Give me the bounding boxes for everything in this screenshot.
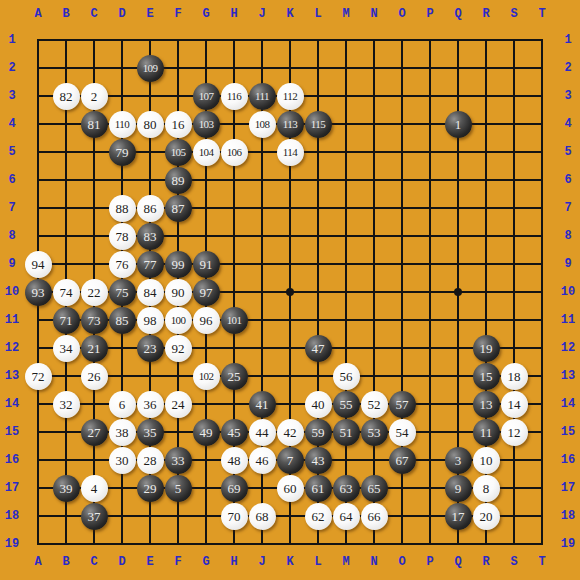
board-cell[interactable]: 34 [52, 334, 80, 362]
board-cell[interactable]: 6 [108, 390, 136, 418]
board-cell[interactable] [24, 530, 52, 558]
board-cell[interactable]: 90 [164, 278, 192, 306]
board-cell[interactable] [108, 54, 136, 82]
board-cell[interactable]: 4 [80, 474, 108, 502]
board-cell[interactable] [304, 530, 332, 558]
board-cell[interactable] [500, 474, 528, 502]
board-cell[interactable] [332, 250, 360, 278]
board-cell[interactable]: 66 [360, 502, 388, 530]
board-cell[interactable] [24, 194, 52, 222]
board-cell[interactable] [24, 474, 52, 502]
board-cell[interactable]: 10 [472, 446, 500, 474]
board-cell[interactable]: 7 [276, 446, 304, 474]
board-cell[interactable]: 28 [136, 446, 164, 474]
board-cell[interactable]: 45 [220, 418, 248, 446]
board-cell[interactable] [248, 26, 276, 54]
board-cell[interactable] [192, 54, 220, 82]
board-cell[interactable]: 27 [80, 418, 108, 446]
board-cell[interactable]: 33 [164, 446, 192, 474]
board-cell[interactable]: 77 [136, 250, 164, 278]
board-cell[interactable]: 35 [136, 418, 164, 446]
board-cell[interactable] [136, 26, 164, 54]
board-cell[interactable] [472, 26, 500, 54]
board-cell[interactable]: 103 [192, 110, 220, 138]
board-cell[interactable] [360, 82, 388, 110]
board-cell[interactable] [528, 446, 556, 474]
board-cell[interactable] [304, 222, 332, 250]
board-cell[interactable] [80, 250, 108, 278]
board-cell[interactable] [136, 362, 164, 390]
board-cell[interactable]: 40 [304, 390, 332, 418]
board-cell[interactable] [192, 334, 220, 362]
board-cell[interactable] [528, 250, 556, 278]
board-cell[interactable]: 111 [248, 82, 276, 110]
board-cell[interactable]: 63 [332, 474, 360, 502]
board-cell[interactable]: 85 [108, 306, 136, 334]
board-cell[interactable]: 20 [472, 502, 500, 530]
board-cell[interactable]: 81 [80, 110, 108, 138]
board-cell[interactable] [24, 222, 52, 250]
board-cell[interactable] [192, 222, 220, 250]
board-cell[interactable] [80, 26, 108, 54]
board-cell[interactable]: 82 [52, 82, 80, 110]
board-cell[interactable] [220, 54, 248, 82]
board-cell[interactable]: 8 [472, 474, 500, 502]
board-cell[interactable]: 99 [164, 250, 192, 278]
board-cell[interactable] [332, 82, 360, 110]
board-cell[interactable] [164, 26, 192, 54]
board-cell[interactable]: 22 [80, 278, 108, 306]
board-cell[interactable] [472, 530, 500, 558]
board-cell[interactable] [416, 138, 444, 166]
board-cell[interactable]: 92 [164, 334, 192, 362]
board-cell[interactable]: 3 [444, 446, 472, 474]
board-cell[interactable] [472, 138, 500, 166]
board-cell[interactable]: 88 [108, 194, 136, 222]
board-cell[interactable] [416, 446, 444, 474]
board-cell[interactable] [444, 390, 472, 418]
board-cell[interactable] [472, 250, 500, 278]
board-cell[interactable] [416, 362, 444, 390]
board-cell[interactable] [388, 138, 416, 166]
board-cell[interactable] [416, 334, 444, 362]
board-cell[interactable] [52, 138, 80, 166]
board-cell[interactable]: 12 [500, 418, 528, 446]
board-cell[interactable] [80, 194, 108, 222]
board-cell[interactable] [528, 390, 556, 418]
board-cell[interactable]: 51 [332, 418, 360, 446]
board-cell[interactable] [276, 362, 304, 390]
board-cell[interactable] [416, 418, 444, 446]
board-cell[interactable] [52, 54, 80, 82]
board-cell[interactable] [304, 306, 332, 334]
board-cell[interactable]: 78 [108, 222, 136, 250]
board-cell[interactable] [444, 250, 472, 278]
board-cell[interactable]: 29 [136, 474, 164, 502]
board-cell[interactable] [24, 390, 52, 418]
board-cell[interactable] [388, 334, 416, 362]
board-cell[interactable] [220, 110, 248, 138]
board-cell[interactable]: 80 [136, 110, 164, 138]
board-cell[interactable]: 97 [192, 278, 220, 306]
board-cell[interactable] [164, 530, 192, 558]
board-cell[interactable] [192, 446, 220, 474]
board-cell[interactable] [52, 502, 80, 530]
board-cell[interactable] [500, 166, 528, 194]
board-cell[interactable]: 24 [164, 390, 192, 418]
board-cell[interactable] [276, 54, 304, 82]
board-cell[interactable] [304, 138, 332, 166]
board-cell[interactable]: 43 [304, 446, 332, 474]
board-cell[interactable] [360, 334, 388, 362]
board-cell[interactable] [52, 110, 80, 138]
board-cell[interactable] [24, 334, 52, 362]
board-cell[interactable]: 62 [304, 502, 332, 530]
board-cell[interactable] [388, 502, 416, 530]
board-cell[interactable] [80, 166, 108, 194]
board-cell[interactable] [304, 194, 332, 222]
board-cell[interactable] [192, 26, 220, 54]
board-cell[interactable] [276, 530, 304, 558]
board-cell[interactable] [360, 362, 388, 390]
board-cell[interactable]: 104 [192, 138, 220, 166]
board-cell[interactable]: 93 [24, 278, 52, 306]
board-cell[interactable]: 41 [248, 390, 276, 418]
board-cell[interactable] [276, 194, 304, 222]
board-cell[interactable] [388, 166, 416, 194]
board-cell[interactable] [24, 306, 52, 334]
board-cell[interactable] [304, 278, 332, 306]
board-cell[interactable]: 48 [220, 446, 248, 474]
board-cell[interactable] [276, 26, 304, 54]
board-cell[interactable]: 23 [136, 334, 164, 362]
board-cell[interactable] [360, 110, 388, 138]
board-cell[interactable] [248, 306, 276, 334]
board-cell[interactable] [472, 278, 500, 306]
board-cell[interactable]: 84 [136, 278, 164, 306]
board-cell[interactable] [528, 166, 556, 194]
board-cell[interactable]: 46 [248, 446, 276, 474]
board-cell[interactable]: 13 [472, 390, 500, 418]
board-cell[interactable] [248, 334, 276, 362]
board-cell[interactable] [416, 250, 444, 278]
board-cell[interactable] [388, 474, 416, 502]
board-cell[interactable]: 52 [360, 390, 388, 418]
board-cell[interactable] [192, 390, 220, 418]
board-cell[interactable] [80, 222, 108, 250]
board-cell[interactable] [220, 278, 248, 306]
board-cell[interactable] [304, 362, 332, 390]
board-cell[interactable]: 74 [52, 278, 80, 306]
board-cell[interactable] [164, 418, 192, 446]
board-cell[interactable] [528, 278, 556, 306]
board-cell[interactable] [500, 278, 528, 306]
board-cell[interactable] [472, 110, 500, 138]
board-cell[interactable] [528, 306, 556, 334]
board-cell[interactable]: 47 [304, 334, 332, 362]
board-cell[interactable]: 37 [80, 502, 108, 530]
board-cell[interactable] [388, 82, 416, 110]
board-cell[interactable] [52, 26, 80, 54]
board-cell[interactable]: 53 [360, 418, 388, 446]
board-cell[interactable] [276, 306, 304, 334]
board-cell[interactable] [528, 334, 556, 362]
board-cell[interactable] [332, 194, 360, 222]
board-cell[interactable] [388, 222, 416, 250]
board-cell[interactable]: 94 [24, 250, 52, 278]
board-cell[interactable]: 64 [332, 502, 360, 530]
board-cell[interactable]: 87 [164, 194, 192, 222]
board-cell[interactable] [332, 530, 360, 558]
board-cell[interactable] [220, 334, 248, 362]
board-cell[interactable] [192, 166, 220, 194]
board-cell[interactable]: 76 [108, 250, 136, 278]
board-cell[interactable] [444, 166, 472, 194]
board-cell[interactable] [360, 446, 388, 474]
board-cell[interactable] [248, 138, 276, 166]
board-cell[interactable] [360, 222, 388, 250]
board-cell[interactable] [388, 54, 416, 82]
board-cell[interactable]: 106 [220, 138, 248, 166]
board-cell[interactable] [444, 54, 472, 82]
board-cell[interactable] [248, 194, 276, 222]
board-cell[interactable] [388, 306, 416, 334]
board-cell[interactable] [416, 502, 444, 530]
board-cell[interactable] [332, 306, 360, 334]
board-cell[interactable] [360, 250, 388, 278]
board-cell[interactable]: 108 [248, 110, 276, 138]
board-cell[interactable] [332, 166, 360, 194]
board-cell[interactable] [248, 250, 276, 278]
board-cell[interactable] [164, 82, 192, 110]
board-cell[interactable] [472, 82, 500, 110]
board-cell[interactable] [500, 306, 528, 334]
board-cell[interactable] [388, 530, 416, 558]
board-cell[interactable] [108, 26, 136, 54]
board-cell[interactable] [220, 166, 248, 194]
board-cell[interactable]: 113 [276, 110, 304, 138]
board-cell[interactable] [24, 26, 52, 54]
board-cell[interactable] [332, 222, 360, 250]
board-cell[interactable] [416, 390, 444, 418]
board-cell[interactable] [500, 334, 528, 362]
board-cell[interactable] [444, 362, 472, 390]
board-cell[interactable] [444, 530, 472, 558]
board-cell[interactable] [500, 194, 528, 222]
board-cell[interactable] [444, 222, 472, 250]
board-cell[interactable]: 5 [164, 474, 192, 502]
board-cell[interactable] [472, 222, 500, 250]
board-cell[interactable]: 42 [276, 418, 304, 446]
board-cell[interactable] [108, 474, 136, 502]
board-cell[interactable] [500, 26, 528, 54]
board-cell[interactable] [416, 110, 444, 138]
board-cell[interactable]: 68 [248, 502, 276, 530]
board-cell[interactable] [136, 166, 164, 194]
board-cell[interactable]: 83 [136, 222, 164, 250]
board-cell[interactable] [52, 250, 80, 278]
board-cell[interactable] [416, 278, 444, 306]
board-cell[interactable] [500, 446, 528, 474]
board-cell[interactable] [528, 418, 556, 446]
board-cell[interactable]: 18 [500, 362, 528, 390]
board-cell[interactable] [360, 26, 388, 54]
board-cell[interactable]: 86 [136, 194, 164, 222]
board-cell[interactable] [248, 474, 276, 502]
board-cell[interactable] [528, 362, 556, 390]
board-cell[interactable]: 91 [192, 250, 220, 278]
board-cell[interactable]: 17 [444, 502, 472, 530]
board-cell[interactable] [108, 530, 136, 558]
board-cell[interactable] [444, 138, 472, 166]
board-cell[interactable]: 32 [52, 390, 80, 418]
board-cell[interactable] [332, 278, 360, 306]
board-cell[interactable] [220, 222, 248, 250]
board-cell[interactable] [360, 278, 388, 306]
board-cell[interactable]: 56 [332, 362, 360, 390]
board-cell[interactable] [388, 250, 416, 278]
board-cell[interactable] [528, 138, 556, 166]
board-cell[interactable] [332, 138, 360, 166]
board-cell[interactable]: 15 [472, 362, 500, 390]
board-cell[interactable] [416, 474, 444, 502]
board-cell[interactable]: 44 [248, 418, 276, 446]
board-cell[interactable]: 14 [500, 390, 528, 418]
board-cell[interactable] [108, 82, 136, 110]
board-cell[interactable] [444, 334, 472, 362]
board-cell[interactable] [220, 250, 248, 278]
board-cell[interactable] [416, 26, 444, 54]
board-cell[interactable]: 59 [304, 418, 332, 446]
board-cell[interactable] [220, 26, 248, 54]
board-cell[interactable] [80, 446, 108, 474]
board-cell[interactable]: 57 [388, 390, 416, 418]
board-cell[interactable] [52, 446, 80, 474]
board-cell[interactable] [164, 222, 192, 250]
board-cell[interactable] [80, 138, 108, 166]
board-cell[interactable]: 100 [164, 306, 192, 334]
board-cell[interactable]: 73 [80, 306, 108, 334]
board-cell[interactable] [108, 334, 136, 362]
board-cell[interactable] [52, 166, 80, 194]
board-cell[interactable] [472, 194, 500, 222]
board-cell[interactable] [444, 26, 472, 54]
board-cell[interactable] [164, 54, 192, 82]
board-cell[interactable] [24, 82, 52, 110]
board-cell[interactable] [528, 194, 556, 222]
board-cell[interactable]: 21 [80, 334, 108, 362]
board-cell[interactable] [80, 54, 108, 82]
board-cell[interactable] [304, 166, 332, 194]
board-cell[interactable] [444, 194, 472, 222]
board-cell[interactable] [416, 222, 444, 250]
board-cell[interactable]: 61 [304, 474, 332, 502]
board-cell[interactable]: 107 [192, 82, 220, 110]
board-cell[interactable] [52, 418, 80, 446]
board-cell[interactable] [444, 278, 472, 306]
board-cell[interactable] [248, 278, 276, 306]
board-cell[interactable] [528, 530, 556, 558]
board-cell[interactable] [24, 138, 52, 166]
board-cell[interactable]: 1 [444, 110, 472, 138]
board-cell[interactable] [332, 446, 360, 474]
board-cell[interactable]: 89 [164, 166, 192, 194]
board-cell[interactable]: 19 [472, 334, 500, 362]
board-cell[interactable] [416, 82, 444, 110]
board-cell[interactable] [80, 530, 108, 558]
board-cell[interactable] [360, 54, 388, 82]
board-cell[interactable]: 96 [192, 306, 220, 334]
board-cell[interactable] [528, 222, 556, 250]
board-cell[interactable] [52, 194, 80, 222]
board-cell[interactable] [136, 502, 164, 530]
board-cell[interactable] [332, 26, 360, 54]
board-cell[interactable] [500, 222, 528, 250]
board-cell[interactable] [276, 166, 304, 194]
board-cell[interactable]: 72 [24, 362, 52, 390]
board-cell[interactable] [220, 530, 248, 558]
board-cell[interactable] [500, 530, 528, 558]
board-cell[interactable] [248, 530, 276, 558]
board-cell[interactable] [444, 306, 472, 334]
board-cell[interactable] [192, 530, 220, 558]
board-cell[interactable]: 26 [80, 362, 108, 390]
board-cell[interactable]: 115 [304, 110, 332, 138]
board-cell[interactable] [304, 250, 332, 278]
board-cell[interactable] [220, 390, 248, 418]
board-cell[interactable] [528, 54, 556, 82]
board-cell[interactable] [332, 54, 360, 82]
board-cell[interactable] [108, 166, 136, 194]
board-cell[interactable] [136, 138, 164, 166]
board-cell[interactable] [304, 82, 332, 110]
board-cell[interactable] [276, 278, 304, 306]
board-cell[interactable] [360, 138, 388, 166]
board-cell[interactable] [24, 54, 52, 82]
board-cell[interactable]: 110 [108, 110, 136, 138]
board-cell[interactable] [248, 222, 276, 250]
board-cell[interactable] [472, 306, 500, 334]
board-cell[interactable] [388, 278, 416, 306]
board-cell[interactable] [52, 530, 80, 558]
board-cell[interactable] [360, 306, 388, 334]
board-cell[interactable] [164, 362, 192, 390]
board-cell[interactable] [220, 194, 248, 222]
board-cell[interactable] [388, 194, 416, 222]
board-cell[interactable] [528, 474, 556, 502]
board-cell[interactable] [500, 138, 528, 166]
board-cell[interactable]: 101 [220, 306, 248, 334]
board-cell[interactable]: 11 [472, 418, 500, 446]
board-cell[interactable] [500, 54, 528, 82]
board-cell[interactable] [192, 194, 220, 222]
board-cell[interactable]: 71 [52, 306, 80, 334]
board-cell[interactable] [24, 110, 52, 138]
board-cell[interactable] [136, 82, 164, 110]
board-cell[interactable] [276, 334, 304, 362]
board-cell[interactable] [528, 502, 556, 530]
board-cell[interactable] [528, 110, 556, 138]
board-cell[interactable]: 67 [388, 446, 416, 474]
board-cell[interactable] [192, 474, 220, 502]
board-cell[interactable] [24, 446, 52, 474]
board-cell[interactable] [332, 334, 360, 362]
board-cell[interactable]: 70 [220, 502, 248, 530]
board-cell[interactable] [108, 362, 136, 390]
board-cell[interactable] [360, 194, 388, 222]
board-cell[interactable] [472, 54, 500, 82]
board-cell[interactable] [528, 26, 556, 54]
